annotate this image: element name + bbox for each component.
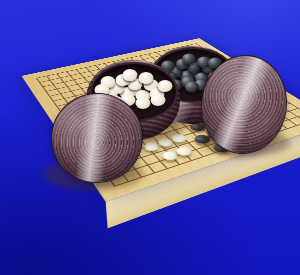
white-stone-in-bowl [135,97,150,109]
black-stone-in-bowl [185,82,199,93]
black-stone-in-bowl [182,53,196,64]
white-stone-in-bowl [138,72,153,84]
go-set-product-photo [0,0,300,275]
white-stone-in-bowl [158,80,173,92]
white-stone-in-bowl [122,69,137,81]
white-stone-in-bowl [151,94,166,106]
